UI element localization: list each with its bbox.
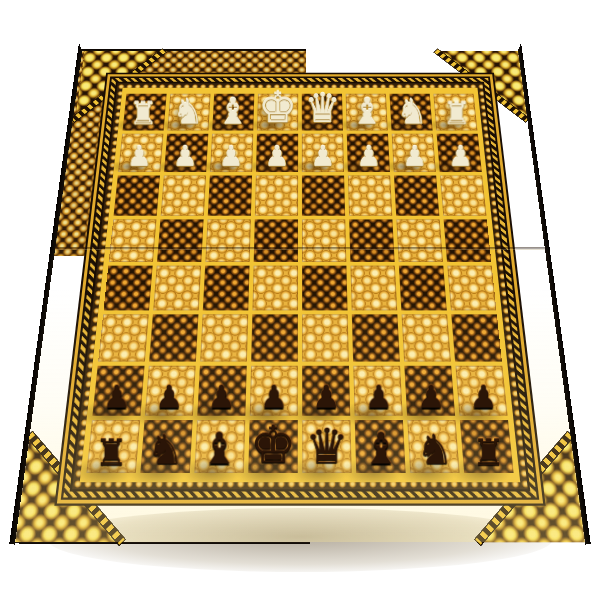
board-grid: ♜♞♝♚♛♝♞♜♟♟♟♟♟♟♟♟♟♟♟♟♟♟♟♟♜♞♝♚♛♝♞♜ bbox=[86, 94, 513, 473]
square[interactable]: ♟ bbox=[92, 366, 144, 416]
square[interactable] bbox=[447, 266, 496, 311]
square[interactable] bbox=[251, 314, 298, 361]
square[interactable] bbox=[104, 266, 153, 311]
square[interactable] bbox=[402, 314, 451, 361]
square[interactable] bbox=[157, 219, 204, 262]
square[interactable] bbox=[302, 175, 345, 215]
square[interactable] bbox=[254, 219, 298, 262]
square[interactable]: ♝ bbox=[194, 420, 245, 473]
square[interactable]: ♟ bbox=[302, 366, 350, 416]
square[interactable]: ♜ bbox=[433, 94, 477, 131]
square[interactable]: ♟ bbox=[404, 366, 455, 416]
square[interactable] bbox=[109, 219, 157, 262]
square[interactable] bbox=[200, 314, 248, 361]
white-queen[interactable]: ♛ bbox=[304, 89, 340, 129]
black-pawn[interactable]: ♟ bbox=[469, 382, 497, 414]
square[interactable]: ♚ bbox=[257, 94, 298, 131]
khatam-border-band: ♜♞♝♚♛♝♞♜♟♟♟♟♟♟♟♟♟♟♟♟♟♟♟♟♜♞♝♚♛♝♞♜ bbox=[15, 51, 585, 542]
square[interactable] bbox=[161, 175, 206, 215]
white-knight[interactable]: ♞ bbox=[173, 94, 204, 129]
black-pawn[interactable]: ♟ bbox=[364, 382, 392, 414]
black-knight[interactable]: ♞ bbox=[416, 429, 453, 471]
square[interactable] bbox=[114, 175, 160, 215]
black-pawn[interactable]: ♟ bbox=[155, 382, 183, 414]
square[interactable] bbox=[440, 175, 486, 215]
square[interactable]: ♛ bbox=[302, 94, 343, 131]
square[interactable] bbox=[153, 266, 201, 311]
white-pawn[interactable]: ♟ bbox=[448, 143, 473, 171]
black-pawn[interactable]: ♟ bbox=[102, 382, 130, 414]
chess-board: ♜♞♝♚♛♝♞♜♟♟♟♟♟♟♟♟♟♟♟♟♟♟♟♟♜♞♝♚♛♝♞♜ bbox=[15, 51, 585, 542]
black-queen[interactable]: ♛ bbox=[305, 422, 348, 470]
square[interactable] bbox=[203, 266, 250, 311]
square[interactable] bbox=[348, 175, 392, 215]
black-pawn[interactable]: ♟ bbox=[207, 382, 235, 414]
white-pawn[interactable]: ♟ bbox=[173, 143, 198, 171]
black-pawn[interactable]: ♟ bbox=[312, 382, 340, 414]
square[interactable] bbox=[399, 266, 447, 311]
square[interactable]: ♜ bbox=[86, 420, 140, 473]
square[interactable] bbox=[451, 314, 502, 361]
square[interactable]: ♝ bbox=[346, 94, 388, 131]
black-rook[interactable]: ♜ bbox=[95, 434, 128, 471]
square[interactable] bbox=[302, 219, 346, 262]
white-pawn[interactable]: ♟ bbox=[402, 143, 427, 171]
square[interactable] bbox=[394, 175, 439, 215]
product-photo: ♜♞♝♚♛♝♞♜♟♟♟♟♟♟♟♟♟♟♟♟♟♟♟♟♜♞♝♚♛♝♞♜ bbox=[0, 0, 600, 600]
square[interactable]: ♟ bbox=[455, 366, 507, 416]
square[interactable]: ♜ bbox=[460, 420, 514, 473]
square[interactable]: ♟ bbox=[353, 366, 402, 416]
white-bishop[interactable]: ♝ bbox=[217, 93, 250, 129]
square[interactable]: ♝ bbox=[355, 420, 406, 473]
white-rook[interactable]: ♜ bbox=[129, 98, 157, 129]
square[interactable]: ♟ bbox=[197, 366, 246, 416]
square[interactable]: ♞ bbox=[140, 420, 192, 473]
white-pawn[interactable]: ♟ bbox=[311, 143, 336, 171]
square[interactable] bbox=[302, 266, 348, 311]
white-pawn[interactable]: ♟ bbox=[265, 143, 290, 171]
white-rook[interactable]: ♜ bbox=[443, 98, 471, 129]
square[interactable]: ♞ bbox=[407, 420, 459, 473]
square[interactable]: ♟ bbox=[250, 366, 298, 416]
square[interactable] bbox=[350, 266, 397, 311]
square[interactable]: ♟ bbox=[437, 134, 482, 172]
square[interactable] bbox=[302, 314, 349, 361]
square[interactable]: ♝ bbox=[212, 94, 254, 131]
black-king[interactable]: ♚ bbox=[250, 419, 296, 471]
square[interactable] bbox=[444, 219, 492, 262]
black-rook[interactable]: ♜ bbox=[472, 434, 505, 471]
square[interactable] bbox=[208, 175, 252, 215]
square[interactable] bbox=[149, 314, 198, 361]
square[interactable] bbox=[205, 219, 250, 262]
square[interactable] bbox=[396, 219, 443, 262]
square[interactable] bbox=[252, 266, 298, 311]
square[interactable]: ♛ bbox=[302, 420, 352, 473]
square[interactable]: ♞ bbox=[390, 94, 433, 131]
white-pawn[interactable]: ♟ bbox=[356, 143, 381, 171]
inner-frame: ♜♞♝♚♛♝♞♜♟♟♟♟♟♟♟♟♟♟♟♟♟♟♟♟♜♞♝♚♛♝♞♜ bbox=[54, 73, 545, 506]
board-edge-front bbox=[13, 542, 587, 543]
black-knight[interactable]: ♞ bbox=[147, 429, 184, 471]
square[interactable]: ♟ bbox=[145, 366, 196, 416]
black-bishop[interactable]: ♝ bbox=[199, 427, 238, 471]
white-knight[interactable]: ♞ bbox=[396, 94, 427, 129]
playing-field: ♜♞♝♚♛♝♞♜♟♟♟♟♟♟♟♟♟♟♟♟♟♟♟♟♜♞♝♚♛♝♞♜ bbox=[80, 88, 521, 482]
white-king[interactable]: ♚ bbox=[258, 86, 296, 129]
black-bishop[interactable]: ♝ bbox=[361, 427, 400, 471]
square[interactable] bbox=[98, 314, 149, 361]
square[interactable]: ♚ bbox=[248, 420, 298, 473]
white-bishop[interactable]: ♝ bbox=[351, 93, 384, 129]
square[interactable] bbox=[349, 219, 394, 262]
square[interactable] bbox=[255, 175, 298, 215]
black-pawn[interactable]: ♟ bbox=[417, 382, 445, 414]
black-pawn[interactable]: ♟ bbox=[260, 382, 288, 414]
square[interactable] bbox=[352, 314, 400, 361]
white-pawn[interactable]: ♟ bbox=[219, 143, 244, 171]
white-pawn[interactable]: ♟ bbox=[127, 143, 152, 171]
